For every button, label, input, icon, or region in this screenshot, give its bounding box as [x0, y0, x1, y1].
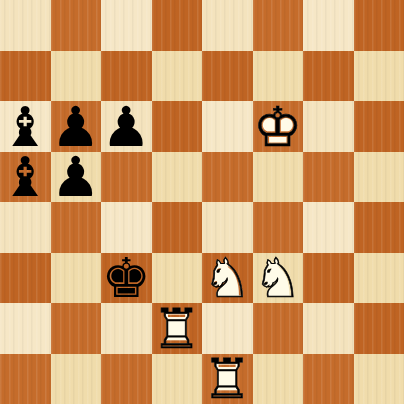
piece-black-pawn: ♟	[51, 101, 102, 152]
square-d5[interactable]	[152, 152, 203, 203]
square-g2[interactable]	[303, 303, 354, 354]
square-e5[interactable]	[202, 152, 253, 203]
piece-white-rook: ♜♖	[152, 303, 203, 354]
square-e6[interactable]	[202, 101, 253, 152]
square-h6[interactable]	[354, 101, 404, 152]
square-d1[interactable]	[152, 354, 203, 404]
piece-white-king: ♚♔	[253, 101, 304, 152]
square-b5[interactable]: ♟	[51, 152, 102, 203]
square-g6[interactable]	[303, 101, 354, 152]
square-b2[interactable]	[51, 303, 102, 354]
square-f6[interactable]: ♚♔	[253, 101, 304, 152]
square-a5[interactable]: ♝	[0, 152, 51, 203]
square-d4[interactable]	[152, 202, 203, 253]
square-c6[interactable]: ♟	[101, 101, 152, 152]
square-f3[interactable]: ♞♘	[253, 253, 304, 304]
square-h2[interactable]	[354, 303, 404, 354]
square-h1[interactable]	[354, 354, 404, 404]
square-b8[interactable]	[51, 0, 102, 51]
square-b3[interactable]	[51, 253, 102, 304]
square-a3[interactable]	[0, 253, 51, 304]
square-c2[interactable]	[101, 303, 152, 354]
square-f1[interactable]	[253, 354, 304, 404]
square-a2[interactable]	[0, 303, 51, 354]
square-f8[interactable]	[253, 0, 304, 51]
piece-black-pawn: ♟	[101, 101, 152, 152]
square-e2[interactable]	[202, 303, 253, 354]
square-g1[interactable]	[303, 354, 354, 404]
piece-white-knight: ♞♘	[202, 253, 253, 304]
square-b4[interactable]	[51, 202, 102, 253]
square-g4[interactable]	[303, 202, 354, 253]
square-f7[interactable]	[253, 51, 304, 102]
square-e1[interactable]: ♜♖	[202, 354, 253, 404]
square-c1[interactable]	[101, 354, 152, 404]
square-h7[interactable]	[354, 51, 404, 102]
square-g5[interactable]	[303, 152, 354, 203]
square-d7[interactable]	[152, 51, 203, 102]
square-e3[interactable]: ♞♘	[202, 253, 253, 304]
square-c5[interactable]	[101, 152, 152, 203]
square-a1[interactable]	[0, 354, 51, 404]
square-d6[interactable]	[152, 101, 203, 152]
piece-white-knight: ♞♘	[253, 253, 304, 304]
square-c3[interactable]: ♚	[101, 253, 152, 304]
square-a4[interactable]	[0, 202, 51, 253]
square-f4[interactable]	[253, 202, 304, 253]
piece-black-bishop: ♝	[0, 152, 51, 203]
square-c7[interactable]	[101, 51, 152, 102]
square-g8[interactable]	[303, 0, 354, 51]
square-a8[interactable]	[0, 0, 51, 51]
piece-black-king: ♚	[101, 253, 152, 304]
square-g3[interactable]	[303, 253, 354, 304]
square-d2[interactable]: ♜♖	[152, 303, 203, 354]
square-c4[interactable]	[101, 202, 152, 253]
square-g7[interactable]	[303, 51, 354, 102]
square-h8[interactable]	[354, 0, 404, 51]
piece-white-rook: ♜♖	[202, 354, 253, 404]
square-c8[interactable]	[101, 0, 152, 51]
square-b7[interactable]	[51, 51, 102, 102]
chess-board: ♝♟♟♚♔♝♟♚♞♘♞♘♜♖♜♖	[0, 0, 404, 404]
square-a7[interactable]	[0, 51, 51, 102]
square-b6[interactable]: ♟	[51, 101, 102, 152]
square-d3[interactable]	[152, 253, 203, 304]
square-f5[interactable]	[253, 152, 304, 203]
square-h4[interactable]	[354, 202, 404, 253]
square-d8[interactable]	[152, 0, 203, 51]
square-b1[interactable]	[51, 354, 102, 404]
square-e7[interactable]	[202, 51, 253, 102]
square-a6[interactable]: ♝	[0, 101, 51, 152]
square-f2[interactable]	[253, 303, 304, 354]
piece-black-bishop: ♝	[0, 101, 51, 152]
square-e4[interactable]	[202, 202, 253, 253]
square-e8[interactable]	[202, 0, 253, 51]
square-h5[interactable]	[354, 152, 404, 203]
piece-black-pawn: ♟	[51, 152, 102, 203]
square-h3[interactable]	[354, 253, 404, 304]
